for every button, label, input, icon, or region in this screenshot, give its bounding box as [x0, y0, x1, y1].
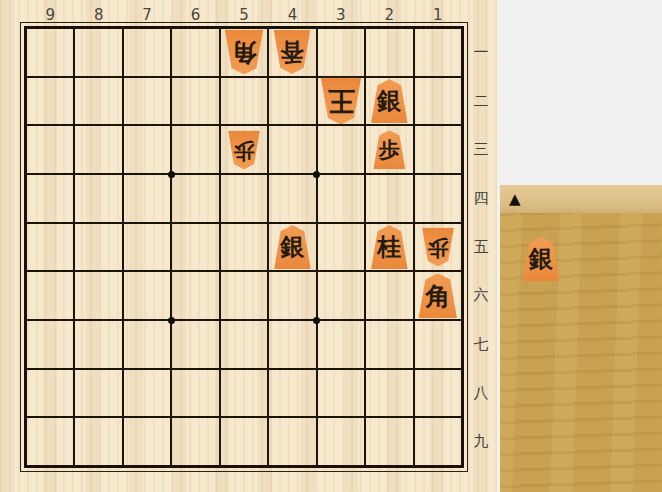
rank-label: 四 — [466, 174, 496, 223]
piece-gote-bishop[interactable]: 角 — [224, 30, 264, 75]
rank-label: 五 — [466, 223, 496, 272]
komadai-header: ▲ — [500, 185, 662, 213]
sente-marker-icon: ▲ — [509, 190, 521, 208]
pieces-layer: 角香王銀歩歩銀桂歩角 — [26, 28, 462, 466]
komadai-panel: ▲ 銀 — [500, 185, 662, 492]
piece-sente-silver[interactable]: 銀 — [273, 225, 311, 269]
piece-gote-pawn[interactable]: 歩 — [228, 130, 261, 169]
piece-gote-pawn[interactable]: 歩 — [421, 228, 454, 267]
piece-sente-silver[interactable]: 銀 — [370, 79, 408, 123]
rank-label: 二 — [466, 77, 496, 126]
rank-label: 三 — [466, 125, 496, 174]
komadai-body: 銀 — [500, 213, 662, 492]
hand-piece-silver[interactable]: 銀 — [522, 237, 560, 281]
rank-label: 一 — [466, 28, 496, 77]
shogi-app: 987654321 一二三四五六七八九 角香王銀歩歩銀桂歩角 ▲ 銀 — [0, 0, 662, 492]
rank-label: 六 — [466, 271, 496, 320]
rank-coordinates: 一二三四五六七八九 — [466, 28, 496, 466]
piece-gote-lance[interactable]: 香 — [273, 30, 311, 74]
rank-label: 八 — [466, 369, 496, 418]
rank-label: 九 — [466, 417, 496, 466]
piece-gote-king[interactable]: 王 — [320, 78, 362, 125]
board-panel: 987654321 一二三四五六七八九 角香王銀歩歩銀桂歩角 — [0, 0, 497, 492]
rank-label: 七 — [466, 320, 496, 369]
piece-sente-knight[interactable]: 桂 — [370, 225, 408, 269]
piece-sente-pawn[interactable]: 歩 — [373, 130, 406, 169]
piece-sente-bishop[interactable]: 角 — [418, 273, 458, 318]
